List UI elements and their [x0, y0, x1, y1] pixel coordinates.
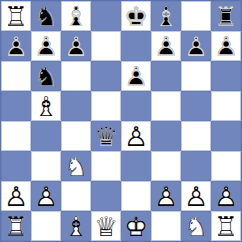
square-g4[interactable]: [181, 121, 211, 151]
square-b1[interactable]: [31, 211, 61, 241]
square-b6[interactable]: ♞♘: [31, 61, 61, 91]
piece-glyph-outline: ♙: [61, 31, 91, 61]
piece-black-pawn[interactable]: ♟♙: [181, 31, 211, 61]
square-b8[interactable]: ♞♘: [31, 1, 61, 31]
square-b7[interactable]: ♟♙: [31, 31, 61, 61]
square-h6[interactable]: [211, 61, 241, 91]
square-d1[interactable]: ♛♕: [91, 211, 121, 241]
piece-white-pawn[interactable]: ♟♙: [121, 121, 151, 151]
square-d4[interactable]: ♛♕: [91, 121, 121, 151]
square-a1[interactable]: ♜♖: [1, 211, 31, 241]
square-g6[interactable]: [181, 61, 211, 91]
piece-white-pawn[interactable]: ♟♙: [151, 181, 181, 211]
square-a4[interactable]: [1, 121, 31, 151]
piece-white-pawn[interactable]: ♟♙: [211, 181, 241, 211]
square-h3[interactable]: [211, 151, 241, 181]
square-d2[interactable]: [91, 181, 121, 211]
square-d3[interactable]: [91, 151, 121, 181]
square-h5[interactable]: [211, 91, 241, 121]
square-g1[interactable]: ♞♘: [181, 211, 211, 241]
square-g5[interactable]: [181, 91, 211, 121]
piece-black-bishop[interactable]: ♝♗: [61, 1, 91, 31]
square-f7[interactable]: ♟♙: [151, 31, 181, 61]
piece-glyph-outline: ♙: [211, 181, 241, 211]
square-a3[interactable]: [1, 151, 31, 181]
square-g8[interactable]: [181, 1, 211, 31]
piece-glyph-outline: ♗: [61, 211, 91, 241]
square-h7[interactable]: ♟♙: [211, 31, 241, 61]
piece-white-rook[interactable]: ♜♖: [1, 1, 31, 31]
piece-black-bishop[interactable]: ♝♗: [151, 1, 181, 31]
square-b3[interactable]: [31, 151, 61, 181]
square-b5[interactable]: ♝♗: [31, 91, 61, 121]
piece-glyph-outline: ♙: [181, 181, 211, 211]
square-c4[interactable]: [61, 121, 91, 151]
piece-white-king[interactable]: ♚♔: [121, 211, 151, 241]
piece-black-queen[interactable]: ♛♕: [91, 121, 121, 151]
piece-glyph-outline: ♖: [211, 1, 241, 31]
square-a5[interactable]: [1, 91, 31, 121]
piece-glyph-outline: ♘: [31, 61, 61, 91]
piece-glyph-outline: ♙: [1, 181, 31, 211]
piece-glyph-outline: ♙: [31, 31, 61, 61]
piece-white-pawn[interactable]: ♟♙: [181, 181, 211, 211]
piece-glyph-outline: ♖: [1, 211, 31, 241]
piece-black-pawn[interactable]: ♟♙: [61, 31, 91, 61]
square-e7[interactable]: [121, 31, 151, 61]
piece-white-knight[interactable]: ♞♘: [61, 151, 91, 181]
piece-glyph-outline: ♗: [31, 91, 61, 121]
square-e2[interactable]: [121, 181, 151, 211]
piece-white-rook[interactable]: ♜♖: [211, 211, 241, 241]
square-f6[interactable]: [151, 61, 181, 91]
piece-glyph-outline: ♗: [151, 1, 181, 31]
square-e3[interactable]: [121, 151, 151, 181]
square-c2[interactable]: [61, 181, 91, 211]
square-f1[interactable]: [151, 211, 181, 241]
square-c1[interactable]: ♝♗: [61, 211, 91, 241]
square-a6[interactable]: [1, 61, 31, 91]
piece-glyph-outline: ♕: [91, 211, 121, 241]
square-c5[interactable]: [61, 91, 91, 121]
square-b4[interactable]: [31, 121, 61, 151]
piece-glyph-outline: ♘: [61, 151, 91, 181]
piece-glyph-outline: ♖: [211, 211, 241, 241]
square-d8[interactable]: [91, 1, 121, 31]
piece-white-rook[interactable]: ♜♖: [1, 211, 31, 241]
piece-glyph-outline: ♙: [31, 181, 61, 211]
piece-glyph-outline: ♖: [1, 1, 31, 31]
square-h4[interactable]: [211, 121, 241, 151]
piece-glyph-outline: ♕: [91, 121, 121, 151]
square-c8[interactable]: ♝♗: [61, 1, 91, 31]
square-e5[interactable]: [121, 91, 151, 121]
square-f5[interactable]: [151, 91, 181, 121]
piece-glyph-outline: ♙: [1, 31, 31, 61]
piece-glyph-outline: ♙: [121, 61, 151, 91]
piece-glyph-outline: ♗: [61, 1, 91, 31]
piece-glyph-outline: ♙: [181, 31, 211, 61]
piece-white-queen[interactable]: ♛♕: [91, 211, 121, 241]
piece-black-pawn[interactable]: ♟♙: [31, 31, 61, 61]
square-h8[interactable]: ♜♖: [211, 1, 241, 31]
square-a8[interactable]: ♜♖: [1, 1, 31, 31]
square-e8[interactable]: ♚♔: [121, 1, 151, 31]
piece-white-pawn[interactable]: ♟♙: [1, 181, 31, 211]
square-b2[interactable]: ♟♙: [31, 181, 61, 211]
square-c3[interactable]: ♞♘: [61, 151, 91, 181]
square-h2[interactable]: ♟♙: [211, 181, 241, 211]
piece-black-pawn[interactable]: ♟♙: [1, 31, 31, 61]
square-f8[interactable]: ♝♗: [151, 1, 181, 31]
piece-black-rook[interactable]: ♜♖: [211, 1, 241, 31]
square-c7[interactable]: ♟♙: [61, 31, 91, 61]
piece-white-bishop[interactable]: ♝♗: [61, 211, 91, 241]
piece-black-knight[interactable]: ♞♘: [31, 61, 61, 91]
square-f3[interactable]: [151, 151, 181, 181]
piece-glyph-outline: ♙: [151, 181, 181, 211]
piece-glyph-outline: ♙: [151, 31, 181, 61]
square-e6[interactable]: ♟♙: [121, 61, 151, 91]
piece-glyph-outline: ♔: [121, 1, 151, 31]
piece-black-pawn[interactable]: ♟♙: [151, 31, 181, 61]
piece-glyph-outline: ♙: [121, 121, 151, 151]
square-d5[interactable]: [91, 91, 121, 121]
piece-white-bishop[interactable]: ♝♗: [31, 91, 61, 121]
square-e1[interactable]: ♚♔: [121, 211, 151, 241]
square-f2[interactable]: ♟♙: [151, 181, 181, 211]
square-f4[interactable]: [151, 121, 181, 151]
square-e4[interactable]: ♟♙: [121, 121, 151, 151]
piece-black-knight[interactable]: ♞♘: [31, 1, 61, 31]
piece-glyph-outline: ♘: [31, 1, 61, 31]
piece-glyph-outline: ♙: [211, 31, 241, 61]
piece-white-pawn[interactable]: ♟♙: [31, 181, 61, 211]
piece-black-king[interactable]: ♚♔: [121, 1, 151, 31]
chess-board: ♜♖♞♘♝♗♚♔♝♗♜♖♟♙♟♙♟♙♟♙♟♙♟♙♞♘♟♙♝♗♛♕♟♙♞♘♟♙♟♙…: [0, 0, 242, 242]
square-c6[interactable]: [61, 61, 91, 91]
square-g7[interactable]: ♟♙: [181, 31, 211, 61]
square-d6[interactable]: [91, 61, 121, 91]
square-d7[interactable]: [91, 31, 121, 61]
square-g3[interactable]: [181, 151, 211, 181]
piece-black-pawn[interactable]: ♟♙: [121, 61, 151, 91]
piece-white-knight[interactable]: ♞♘: [181, 211, 211, 241]
square-a2[interactable]: ♟♙: [1, 181, 31, 211]
square-g2[interactable]: ♟♙: [181, 181, 211, 211]
piece-glyph-outline: ♔: [121, 211, 151, 241]
square-h1[interactable]: ♜♖: [211, 211, 241, 241]
piece-glyph-outline: ♘: [181, 211, 211, 241]
square-a7[interactable]: ♟♙: [1, 31, 31, 61]
piece-black-pawn[interactable]: ♟♙: [211, 31, 241, 61]
